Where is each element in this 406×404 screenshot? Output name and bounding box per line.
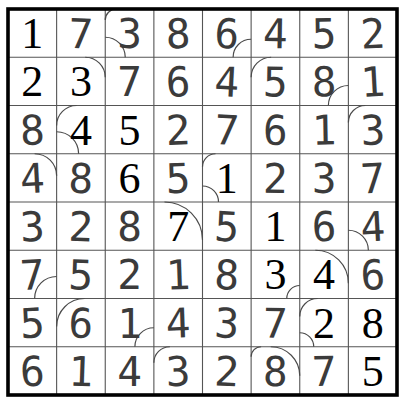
cell-r1c7-pencil-digit[interactable]: 5 xyxy=(311,10,337,58)
cell-r5c4-given-digit[interactable]: 7 xyxy=(167,202,189,251)
cell-r3c6-pencil-digit[interactable]: 6 xyxy=(263,106,289,154)
cell-r5c6-given-digit[interactable]: 1 xyxy=(264,202,286,251)
cell-r5c5-pencil-digit[interactable]: 5 xyxy=(213,203,240,252)
cage-corner-arc-r8c6-tl xyxy=(251,347,261,357)
puzzle-page: 1738645223764581845276134865123732875164… xyxy=(0,0,406,404)
cell-r5c2-pencil-digit[interactable]: 2 xyxy=(68,203,94,252)
sudoku-board[interactable]: 1738645223764581845276134865123732875164… xyxy=(0,0,406,404)
cell-r2c7-pencil-digit[interactable]: 8 xyxy=(311,58,337,106)
cell-r4c6-pencil-digit[interactable]: 2 xyxy=(263,155,289,203)
cell-r2c6-pencil-digit[interactable]: 5 xyxy=(263,58,289,106)
cell-r7c3-pencil-digit[interactable]: 1 xyxy=(117,300,142,348)
cell-r3c7-pencil-digit[interactable]: 1 xyxy=(311,106,337,154)
cell-r5c1-pencil-digit[interactable]: 3 xyxy=(19,203,46,252)
cell-r3c1-pencil-digit[interactable]: 8 xyxy=(19,106,46,155)
cell-r7c4-pencil-digit[interactable]: 4 xyxy=(165,299,191,348)
cell-r8c2-pencil-digit[interactable]: 1 xyxy=(68,347,94,396)
cell-r3c5-pencil-digit[interactable]: 7 xyxy=(213,106,240,155)
cell-r3c3-given-digit[interactable]: 5 xyxy=(119,106,141,155)
grid-lines xyxy=(8,9,397,395)
cell-r6c5-pencil-digit[interactable]: 8 xyxy=(213,251,240,300)
cell-r1c4-pencil-digit[interactable]: 8 xyxy=(165,10,191,59)
cell-r4c3-given-digit[interactable]: 6 xyxy=(119,154,141,203)
cell-r1c2-pencil-digit[interactable]: 7 xyxy=(68,10,94,59)
cell-r7c1-pencil-digit[interactable]: 5 xyxy=(19,299,46,348)
cell-r7c7-given-digit[interactable]: 2 xyxy=(313,299,335,348)
cell-r5c7-pencil-digit[interactable]: 6 xyxy=(311,203,337,251)
cell-r4c8-pencil-digit[interactable]: 7 xyxy=(359,154,386,203)
cell-r1c5-pencil-digit[interactable]: 6 xyxy=(213,10,240,59)
cell-r6c8-pencil-digit[interactable]: 6 xyxy=(359,251,386,300)
cell-r2c3-pencil-digit[interactable]: 7 xyxy=(117,58,142,106)
cell-r6c7-given-digit[interactable]: 4 xyxy=(313,250,335,299)
cell-r6c2-pencil-digit[interactable]: 5 xyxy=(68,251,94,300)
cell-r5c8-pencil-digit[interactable]: 4 xyxy=(359,203,386,252)
cell-r1c1-given-digit[interactable]: 1 xyxy=(21,9,43,58)
cell-r8c1-pencil-digit[interactable]: 6 xyxy=(19,347,46,396)
cell-r2c1-given-digit[interactable]: 2 xyxy=(21,57,43,106)
cell-r7c6-pencil-digit[interactable]: 7 xyxy=(263,299,289,347)
cage-corner-arc-r6c6-br xyxy=(287,286,300,299)
cell-r4c5-given-digit[interactable]: 1 xyxy=(216,154,238,203)
cell-r3c4-pencil-digit[interactable]: 2 xyxy=(165,106,191,155)
cell-r2c5-pencil-digit[interactable]: 4 xyxy=(213,58,240,107)
cage-corner-arc-r7c7-bl xyxy=(300,333,314,347)
cell-r6c1-pencil-digit[interactable]: 7 xyxy=(19,251,46,300)
cell-r2c4-pencil-digit[interactable]: 6 xyxy=(165,58,191,107)
cell-r7c2-pencil-digit[interactable]: 6 xyxy=(68,299,94,348)
cell-r4c4-pencil-digit[interactable]: 5 xyxy=(165,154,191,203)
cell-r8c3-pencil-digit[interactable]: 4 xyxy=(117,348,142,396)
cell-r8c7-pencil-digit[interactable]: 7 xyxy=(311,348,337,396)
cell-r1c6-pencil-digit[interactable]: 4 xyxy=(263,10,289,58)
cage-corner-arc-r4c5-tl xyxy=(203,154,216,167)
cell-r4c1-pencil-digit[interactable]: 4 xyxy=(19,154,46,203)
cell-r2c2-given-digit[interactable]: 3 xyxy=(70,57,92,106)
cell-r4c7-pencil-digit[interactable]: 3 xyxy=(311,155,337,203)
cell-r6c6-given-digit[interactable]: 3 xyxy=(264,250,286,299)
cell-r7c5-pencil-digit[interactable]: 3 xyxy=(213,299,240,348)
cell-r3c8-pencil-digit[interactable]: 3 xyxy=(359,106,386,155)
cell-r7c8-given-digit[interactable]: 8 xyxy=(362,299,384,348)
cell-r6c3-pencil-digit[interactable]: 2 xyxy=(117,251,142,299)
cell-r2c8-pencil-digit[interactable]: 1 xyxy=(359,58,386,107)
cell-r3c2-given-digit[interactable]: 4 xyxy=(70,106,92,155)
cell-r1c3-pencil-digit[interactable]: 3 xyxy=(117,10,142,58)
cell-r1c8-pencil-digit[interactable]: 2 xyxy=(359,10,386,59)
cell-r8c4-pencil-digit[interactable]: 3 xyxy=(165,347,191,396)
cell-r4c2-pencil-digit[interactable]: 8 xyxy=(68,154,94,203)
cell-r5c3-pencil-digit[interactable]: 8 xyxy=(117,203,142,251)
cell-r6c4-pencil-digit[interactable]: 1 xyxy=(165,251,191,300)
cell-r8c5-pencil-digit[interactable]: 2 xyxy=(213,347,240,396)
cell-r8c8-given-digit[interactable]: 5 xyxy=(362,347,384,396)
cell-r8c6-pencil-digit[interactable]: 8 xyxy=(263,348,289,396)
